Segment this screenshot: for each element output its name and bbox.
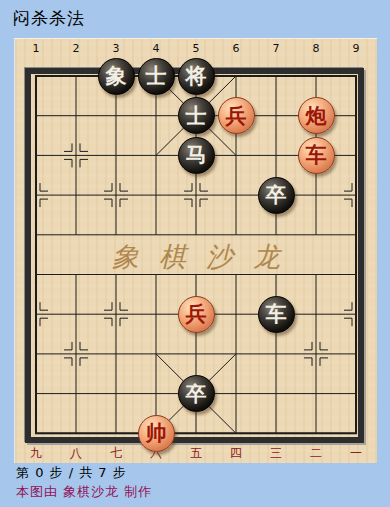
piece-black-士[interactable]: 士 xyxy=(178,97,215,134)
file-labels-top: 1 2 3 4 5 6 7 8 9 xyxy=(16,39,376,59)
file-label: 4 xyxy=(136,39,176,59)
file-labels-bottom: 九 八 七 六 五 四 三 二 一 xyxy=(16,445,376,461)
piece-red-兵[interactable]: 兵 xyxy=(178,296,215,333)
file-label: 四 xyxy=(216,445,256,461)
piece-black-象[interactable]: 象 xyxy=(98,58,135,95)
piece-black-车[interactable]: 车 xyxy=(258,296,295,333)
piece-red-炮[interactable]: 炮 xyxy=(298,97,335,134)
credit-text: 本图由 象棋沙龙 制作 xyxy=(16,483,152,501)
file-label: 9 xyxy=(336,39,376,59)
file-label: 5 xyxy=(176,39,216,59)
piece-black-将[interactable]: 将 xyxy=(178,58,215,95)
piece-red-车[interactable]: 车 xyxy=(298,137,335,174)
file-label: 八 xyxy=(56,445,96,461)
page-title: 闷杀杀法 xyxy=(13,6,85,30)
piece-black-士[interactable]: 士 xyxy=(138,58,175,95)
step-counter: 第 0 步 / 共 7 步 xyxy=(16,464,127,482)
file-label: 6 xyxy=(216,39,256,59)
file-label: 一 xyxy=(336,445,376,461)
file-label: 三 xyxy=(256,445,296,461)
file-label: 3 xyxy=(96,39,136,59)
xiangqi-board: 1 2 3 4 5 6 7 8 9 象棋沙龙 九 八 七 六 五 四 三 二 一… xyxy=(14,38,377,463)
file-label: 九 xyxy=(16,445,56,461)
piece-red-帅[interactable]: 帅 xyxy=(138,415,175,452)
file-label: 五 xyxy=(176,445,216,461)
file-label: 8 xyxy=(296,39,336,59)
piece-black-卒[interactable]: 卒 xyxy=(258,177,295,214)
piece-red-兵[interactable]: 兵 xyxy=(218,97,255,134)
river-watermark: 象棋沙龙 xyxy=(36,240,356,274)
file-label: 1 xyxy=(16,39,56,59)
file-label: 二 xyxy=(296,445,336,461)
file-label: 7 xyxy=(256,39,296,59)
file-label: 2 xyxy=(56,39,96,59)
file-label: 七 xyxy=(96,445,136,461)
piece-black-马[interactable]: 马 xyxy=(178,137,215,174)
piece-black-卒[interactable]: 卒 xyxy=(178,375,215,412)
